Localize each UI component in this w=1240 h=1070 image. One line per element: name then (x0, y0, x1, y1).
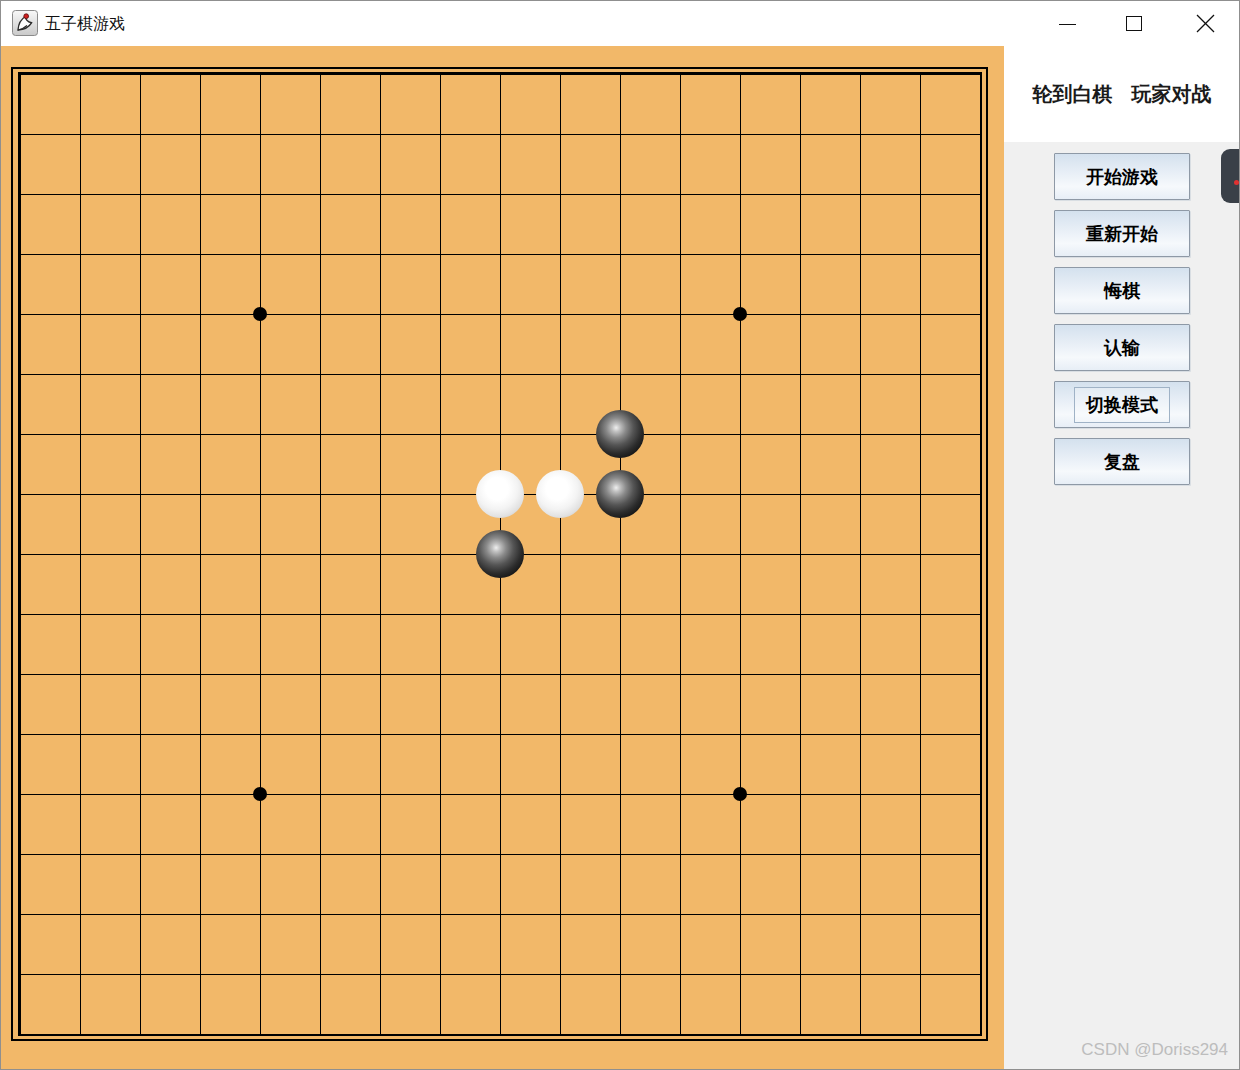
control-panel: 轮到白棋 玩家对战 开始游戏 重新开始 悔棋 认输 切换模式 复盘 CSDN @… (1004, 46, 1240, 1070)
button-label: 悔棋 (1092, 273, 1152, 309)
title-bar: 五子棋游戏 (1, 1, 1239, 46)
java-duke-icon (12, 10, 38, 36)
gomoku-board[interactable] (1, 46, 1004, 1070)
resign-button[interactable]: 认输 (1054, 324, 1190, 371)
restart-button[interactable]: 重新开始 (1054, 210, 1190, 257)
stones-layer (1, 46, 1004, 1070)
star-point (733, 307, 747, 321)
switch-mode-button[interactable]: 切换模式 (1054, 381, 1190, 428)
app-window: 五子棋游戏 轮到白棋 玩家对战 开始游戏 重新开始 (0, 0, 1240, 1070)
button-label: 切换模式 (1074, 387, 1170, 423)
minimize-icon (1059, 24, 1076, 25)
white-stone (536, 470, 584, 518)
overlay-handle-tab[interactable] (1221, 149, 1239, 203)
button-label: 开始游戏 (1074, 159, 1170, 195)
button-column: 开始游戏 重新开始 悔棋 认输 切换模式 复盘 (1004, 142, 1240, 485)
star-point (253, 787, 267, 801)
maximize-button[interactable] (1112, 1, 1156, 46)
black-stone (476, 530, 524, 578)
button-label: 复盘 (1092, 444, 1152, 480)
undo-move-button[interactable]: 悔棋 (1054, 267, 1190, 314)
close-icon (1196, 14, 1215, 33)
star-point (733, 787, 747, 801)
window-title: 五子棋游戏 (45, 1, 125, 46)
star-point (253, 307, 267, 321)
white-stone (476, 470, 524, 518)
replay-button[interactable]: 复盘 (1054, 438, 1190, 485)
button-label: 重新开始 (1074, 216, 1170, 252)
button-label: 认输 (1092, 330, 1152, 366)
black-stone (596, 470, 644, 518)
status-text: 轮到白棋 玩家对战 (1033, 81, 1212, 108)
status-bar: 轮到白棋 玩家对战 (1004, 46, 1240, 142)
close-button[interactable] (1183, 1, 1227, 46)
watermark: CSDN @Doriss294 (1081, 1040, 1228, 1060)
red-dot-icon (1234, 180, 1239, 185)
minimize-button[interactable] (1045, 1, 1089, 46)
start-game-button[interactable]: 开始游戏 (1054, 153, 1190, 200)
black-stone (596, 410, 644, 458)
maximize-icon (1126, 16, 1142, 31)
